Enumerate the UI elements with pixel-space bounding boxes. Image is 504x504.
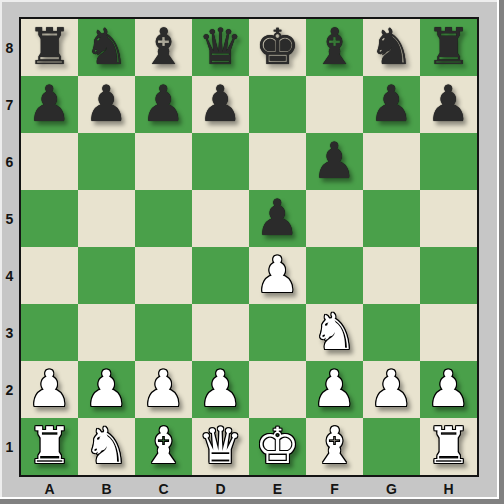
rank-labels: 87654321 — [0, 19, 19, 475]
piece-white-pawn[interactable]: ♟ — [369, 361, 414, 418]
piece-black-pawn[interactable]: ♟ — [27, 76, 72, 133]
square-b2[interactable]: ♟ — [78, 361, 135, 418]
square-d8[interactable]: ♛ — [192, 19, 249, 76]
file-label-f: F — [306, 479, 363, 499]
square-h6[interactable] — [420, 133, 477, 190]
square-c2[interactable]: ♟ — [135, 361, 192, 418]
square-a3[interactable] — [21, 304, 78, 361]
piece-black-pawn[interactable]: ♟ — [84, 76, 129, 133]
square-f8[interactable]: ♝ — [306, 19, 363, 76]
square-a1[interactable]: ♜ — [21, 418, 78, 475]
piece-black-king[interactable]: ♚ — [255, 19, 300, 76]
square-c4[interactable] — [135, 247, 192, 304]
square-a7[interactable]: ♟ — [21, 76, 78, 133]
file-label-g: G — [363, 479, 420, 499]
square-f3[interactable]: ♞ — [306, 304, 363, 361]
square-c3[interactable] — [135, 304, 192, 361]
file-label-c: C — [135, 479, 192, 499]
piece-black-bishop[interactable]: ♝ — [312, 19, 357, 76]
board[interactable]: ♜♞♝♛♚♝♞♜♟♟♟♟♟♟♟♟♟♞♟♟♟♟♟♟♟♜♞♝♛♚♝♜ — [19, 17, 479, 477]
piece-white-knight[interactable]: ♞ — [312, 304, 357, 361]
piece-black-pawn[interactable]: ♟ — [312, 133, 357, 190]
square-h2[interactable]: ♟ — [420, 361, 477, 418]
piece-black-knight[interactable]: ♞ — [84, 19, 129, 76]
file-label-a: A — [21, 479, 78, 499]
square-h7[interactable]: ♟ — [420, 76, 477, 133]
piece-black-queen[interactable]: ♛ — [198, 19, 243, 76]
square-g1[interactable] — [363, 418, 420, 475]
square-h4[interactable] — [420, 247, 477, 304]
square-d1[interactable]: ♛ — [192, 418, 249, 475]
piece-white-bishop[interactable]: ♝ — [312, 418, 357, 475]
piece-black-bishop[interactable]: ♝ — [141, 19, 186, 76]
square-d3[interactable] — [192, 304, 249, 361]
square-b4[interactable] — [78, 247, 135, 304]
square-d7[interactable]: ♟ — [192, 76, 249, 133]
square-e7[interactable] — [249, 76, 306, 133]
square-f6[interactable]: ♟ — [306, 133, 363, 190]
piece-white-pawn[interactable]: ♟ — [27, 361, 72, 418]
rank-label-6: 6 — [0, 133, 19, 190]
square-h3[interactable] — [420, 304, 477, 361]
square-h1[interactable]: ♜ — [420, 418, 477, 475]
square-c6[interactable] — [135, 133, 192, 190]
piece-black-knight[interactable]: ♞ — [369, 19, 414, 76]
square-e3[interactable] — [249, 304, 306, 361]
piece-white-pawn[interactable]: ♟ — [426, 361, 471, 418]
square-e4[interactable]: ♟ — [249, 247, 306, 304]
square-e2[interactable] — [249, 361, 306, 418]
piece-black-pawn[interactable]: ♟ — [369, 76, 414, 133]
square-e6[interactable] — [249, 133, 306, 190]
piece-white-pawn[interactable]: ♟ — [255, 247, 300, 304]
square-c5[interactable] — [135, 190, 192, 247]
square-e5[interactable]: ♟ — [249, 190, 306, 247]
square-c7[interactable]: ♟ — [135, 76, 192, 133]
square-b8[interactable]: ♞ — [78, 19, 135, 76]
piece-white-rook[interactable]: ♜ — [426, 418, 471, 475]
file-label-d: D — [192, 479, 249, 499]
square-a6[interactable] — [21, 133, 78, 190]
square-f1[interactable]: ♝ — [306, 418, 363, 475]
piece-black-pawn[interactable]: ♟ — [141, 76, 186, 133]
square-g6[interactable] — [363, 133, 420, 190]
square-d2[interactable]: ♟ — [192, 361, 249, 418]
piece-white-pawn[interactable]: ♟ — [141, 361, 186, 418]
file-labels: ABCDEFGH — [21, 479, 477, 499]
rank-label-2: 2 — [0, 361, 19, 418]
piece-white-king[interactable]: ♚ — [255, 418, 300, 475]
piece-white-bishop[interactable]: ♝ — [141, 418, 186, 475]
piece-black-pawn[interactable]: ♟ — [426, 76, 471, 133]
piece-white-pawn[interactable]: ♟ — [84, 361, 129, 418]
square-h5[interactable] — [420, 190, 477, 247]
rank-label-1: 1 — [0, 418, 19, 475]
file-label-b: B — [78, 479, 135, 499]
square-f7[interactable] — [306, 76, 363, 133]
piece-white-rook[interactable]: ♜ — [27, 418, 72, 475]
piece-white-queen[interactable]: ♛ — [198, 418, 243, 475]
piece-black-pawn[interactable]: ♟ — [255, 190, 300, 247]
piece-black-rook[interactable]: ♜ — [27, 19, 72, 76]
square-g3[interactable] — [363, 304, 420, 361]
square-b6[interactable] — [78, 133, 135, 190]
file-label-e: E — [249, 479, 306, 499]
square-b1[interactable]: ♞ — [78, 418, 135, 475]
square-f5[interactable] — [306, 190, 363, 247]
square-d6[interactable] — [192, 133, 249, 190]
square-b3[interactable] — [78, 304, 135, 361]
piece-black-rook[interactable]: ♜ — [426, 19, 471, 76]
chessboard-panel: 87654321 ♜♞♝♛♚♝♞♜♟♟♟♟♟♟♟♟♟♞♟♟♟♟♟♟♟♜♞♝♛♚♝… — [0, 0, 504, 504]
square-h8[interactable]: ♜ — [420, 19, 477, 76]
square-f2[interactable]: ♟ — [306, 361, 363, 418]
square-d5[interactable] — [192, 190, 249, 247]
square-a2[interactable]: ♟ — [21, 361, 78, 418]
square-a8[interactable]: ♜ — [21, 19, 78, 76]
square-a5[interactable] — [21, 190, 78, 247]
file-label-h: H — [420, 479, 477, 499]
square-e1[interactable]: ♚ — [249, 418, 306, 475]
square-c8[interactable]: ♝ — [135, 19, 192, 76]
rank-label-4: 4 — [0, 247, 19, 304]
piece-white-pawn[interactable]: ♟ — [198, 361, 243, 418]
square-b7[interactable]: ♟ — [78, 76, 135, 133]
square-e8[interactable]: ♚ — [249, 19, 306, 76]
square-g2[interactable]: ♟ — [363, 361, 420, 418]
square-c1[interactable]: ♝ — [135, 418, 192, 475]
rank-label-7: 7 — [0, 76, 19, 133]
piece-white-knight[interactable]: ♞ — [84, 418, 129, 475]
square-a4[interactable] — [21, 247, 78, 304]
square-d4[interactable] — [192, 247, 249, 304]
rank-label-5: 5 — [0, 190, 19, 247]
rank-label-3: 3 — [0, 304, 19, 361]
square-g4[interactable] — [363, 247, 420, 304]
piece-white-pawn[interactable]: ♟ — [312, 361, 357, 418]
square-g5[interactable] — [363, 190, 420, 247]
square-f4[interactable] — [306, 247, 363, 304]
square-g7[interactable]: ♟ — [363, 76, 420, 133]
square-b5[interactable] — [78, 190, 135, 247]
piece-black-pawn[interactable]: ♟ — [198, 76, 243, 133]
square-g8[interactable]: ♞ — [363, 19, 420, 76]
rank-label-8: 8 — [0, 19, 19, 76]
